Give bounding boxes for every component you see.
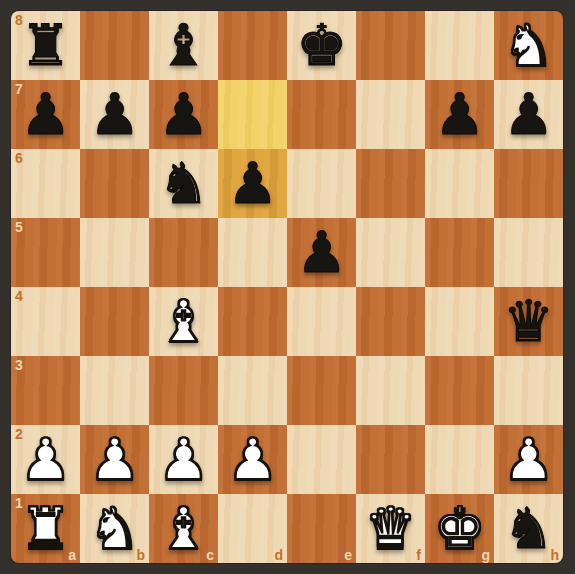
rank-label-3: 3 [15,357,23,373]
piece-white-bishop-c4[interactable]: ♝ [149,287,218,356]
piece-white-queen-f1[interactable]: ♛ [356,494,425,563]
square-f4[interactable] [356,287,425,356]
square-e4[interactable] [287,287,356,356]
square-b8[interactable] [80,11,149,80]
square-c5[interactable] [149,218,218,287]
square-d5[interactable] [218,218,287,287]
square-g3[interactable] [425,356,494,425]
square-g4[interactable] [425,287,494,356]
square-a6[interactable]: 6 [11,149,80,218]
square-d1[interactable]: d [218,494,287,563]
square-e8[interactable]: ♚ [287,11,356,80]
square-e3[interactable] [287,356,356,425]
square-b2[interactable]: ♟ [80,425,149,494]
piece-black-pawn-d6[interactable]: ♟ [218,149,287,218]
app-background: 8♜♝♚♞7♟♟♟♟♟6♞♟5♟4♝♛32♟♟♟♟♟1a♜b♞c♝def♛g♚h… [0,0,575,574]
piece-black-pawn-e5[interactable]: ♟ [287,218,356,287]
piece-black-knight-h1[interactable]: ♞ [494,494,563,563]
square-b4[interactable] [80,287,149,356]
square-d7[interactable] [218,80,287,149]
file-label-d: d [274,547,283,563]
square-b5[interactable] [80,218,149,287]
piece-white-king-g1[interactable]: ♚ [425,494,494,563]
piece-black-pawn-g7[interactable]: ♟ [425,80,494,149]
rank-label-6: 6 [15,150,23,166]
square-f6[interactable] [356,149,425,218]
piece-black-knight-c6[interactable]: ♞ [149,149,218,218]
square-h7[interactable]: ♟ [494,80,563,149]
piece-black-king-e8[interactable]: ♚ [287,11,356,80]
square-g5[interactable] [425,218,494,287]
rank-label-4: 4 [15,288,23,304]
square-f3[interactable] [356,356,425,425]
square-c8[interactable]: ♝ [149,11,218,80]
piece-black-pawn-h7[interactable]: ♟ [494,80,563,149]
square-d6[interactable]: ♟ [218,149,287,218]
piece-white-pawn-a2[interactable]: ♟ [11,425,80,494]
square-c6[interactable]: ♞ [149,149,218,218]
file-label-e: e [344,547,352,563]
square-g2[interactable] [425,425,494,494]
square-a5[interactable]: 5 [11,218,80,287]
square-b7[interactable]: ♟ [80,80,149,149]
square-g6[interactable] [425,149,494,218]
square-h2[interactable]: ♟ [494,425,563,494]
square-d4[interactable] [218,287,287,356]
chess-board: 8♜♝♚♞7♟♟♟♟♟6♞♟5♟4♝♛32♟♟♟♟♟1a♜b♞c♝def♛g♚h… [11,11,563,563]
piece-white-rook-a1[interactable]: ♜ [11,494,80,563]
square-c2[interactable]: ♟ [149,425,218,494]
square-h4[interactable]: ♛ [494,287,563,356]
square-g8[interactable] [425,11,494,80]
square-b6[interactable] [80,149,149,218]
square-h5[interactable] [494,218,563,287]
piece-black-pawn-a7[interactable]: ♟ [11,80,80,149]
square-a3[interactable]: 3 [11,356,80,425]
piece-black-queen-h4[interactable]: ♛ [494,287,563,356]
square-h8[interactable]: ♞ [494,11,563,80]
square-c1[interactable]: c♝ [149,494,218,563]
square-g7[interactable]: ♟ [425,80,494,149]
piece-white-pawn-c2[interactable]: ♟ [149,425,218,494]
square-h6[interactable] [494,149,563,218]
rank-label-5: 5 [15,219,23,235]
square-e2[interactable] [287,425,356,494]
square-d3[interactable] [218,356,287,425]
square-f2[interactable] [356,425,425,494]
square-h1[interactable]: h♞ [494,494,563,563]
piece-white-pawn-h2[interactable]: ♟ [494,425,563,494]
piece-white-pawn-d2[interactable]: ♟ [218,425,287,494]
square-f5[interactable] [356,218,425,287]
square-f7[interactable] [356,80,425,149]
square-c3[interactable] [149,356,218,425]
square-d2[interactable]: ♟ [218,425,287,494]
square-a8[interactable]: 8♜ [11,11,80,80]
piece-white-bishop-c1[interactable]: ♝ [149,494,218,563]
square-e1[interactable]: e [287,494,356,563]
square-c7[interactable]: ♟ [149,80,218,149]
square-a7[interactable]: 7♟ [11,80,80,149]
square-b3[interactable] [80,356,149,425]
square-c4[interactable]: ♝ [149,287,218,356]
square-e5[interactable]: ♟ [287,218,356,287]
square-b1[interactable]: b♞ [80,494,149,563]
piece-white-pawn-b2[interactable]: ♟ [80,425,149,494]
square-a1[interactable]: 1a♜ [11,494,80,563]
square-f8[interactable] [356,11,425,80]
square-a4[interactable]: 4 [11,287,80,356]
square-d8[interactable] [218,11,287,80]
piece-black-pawn-c7[interactable]: ♟ [149,80,218,149]
piece-black-rook-a8[interactable]: ♜ [11,11,80,80]
piece-white-knight-b1[interactable]: ♞ [80,494,149,563]
piece-white-knight-h8[interactable]: ♞ [494,11,563,80]
square-g1[interactable]: g♚ [425,494,494,563]
square-e6[interactable] [287,149,356,218]
piece-black-pawn-b7[interactable]: ♟ [80,80,149,149]
square-a2[interactable]: 2♟ [11,425,80,494]
square-h3[interactable] [494,356,563,425]
square-e7[interactable] [287,80,356,149]
piece-black-bishop-c8[interactable]: ♝ [149,11,218,80]
square-f1[interactable]: f♛ [356,494,425,563]
